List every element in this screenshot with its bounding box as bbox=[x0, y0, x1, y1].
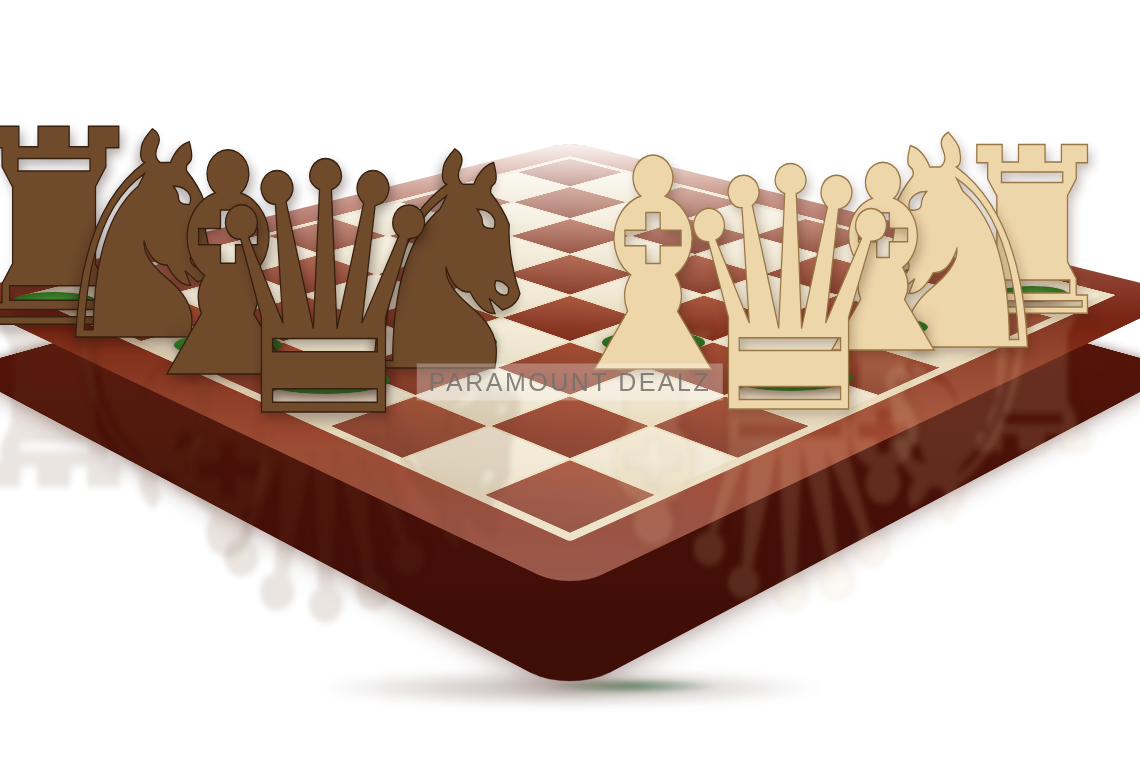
white-queen-glyph: ♛ bbox=[662, 125, 918, 461]
watermark: PARAMOUNT DEALZ bbox=[417, 364, 723, 401]
black-queen-glyph: ♛ bbox=[193, 119, 457, 466]
product-photo-stage: ♜♜♜♜♞♞♞♞♝♝♞♞♝♝♝♝♛♛♛♛ PARAMOUNT DEALZ bbox=[0, 0, 1140, 760]
